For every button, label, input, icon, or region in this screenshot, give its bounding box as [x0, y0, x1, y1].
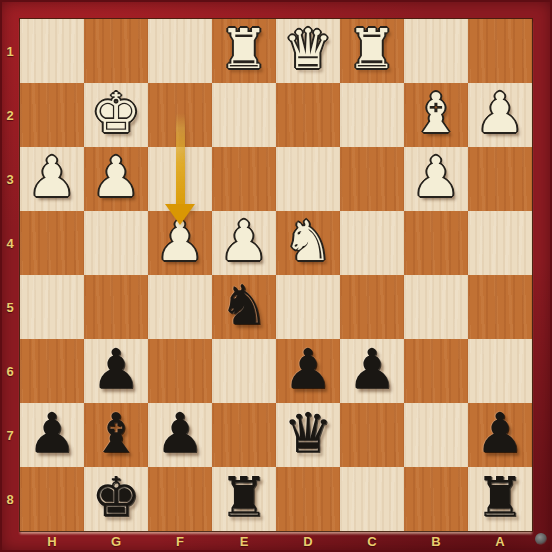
piece-white-pawn-g3[interactable]: ♟	[84, 145, 148, 209]
square-f3[interactable]	[148, 147, 212, 211]
square-e8[interactable]: ♜	[212, 467, 276, 531]
piece-black-rook-e8[interactable]: ♜	[212, 465, 276, 529]
square-d8[interactable]	[276, 467, 340, 531]
file-label-f: F	[148, 531, 212, 552]
rank-label-3: 3	[0, 147, 20, 211]
piece-white-knight-d4[interactable]: ♞	[276, 209, 340, 273]
piece-white-pawn-f4[interactable]: ♟	[148, 209, 212, 273]
square-d6[interactable]: ♟	[276, 339, 340, 403]
piece-black-bishop-g7[interactable]: ♝	[84, 401, 148, 465]
piece-black-pawn-g6[interactable]: ♟	[84, 337, 148, 401]
piece-black-king-g8[interactable]: ♚	[84, 465, 148, 529]
square-f4[interactable]: ♟	[148, 211, 212, 275]
square-g8[interactable]: ♚	[84, 467, 148, 531]
square-d5[interactable]	[276, 275, 340, 339]
square-c2[interactable]	[340, 83, 404, 147]
piece-black-pawn-d6[interactable]: ♟	[276, 337, 340, 401]
rank-label-1: 1	[0, 19, 20, 83]
square-a6[interactable]	[468, 339, 532, 403]
square-b8[interactable]	[404, 467, 468, 531]
square-g3[interactable]: ♟	[84, 147, 148, 211]
square-c8[interactable]	[340, 467, 404, 531]
rank-label-8: 8	[0, 467, 20, 531]
square-h7[interactable]: ♟	[20, 403, 84, 467]
square-d7[interactable]: ♛	[276, 403, 340, 467]
square-e5[interactable]: ♞	[212, 275, 276, 339]
square-e4[interactable]: ♟	[212, 211, 276, 275]
square-e2[interactable]	[212, 83, 276, 147]
file-label-d: D	[276, 531, 340, 552]
square-c6[interactable]: ♟	[340, 339, 404, 403]
square-g1[interactable]	[84, 19, 148, 83]
square-g7[interactable]: ♝	[84, 403, 148, 467]
square-a7[interactable]: ♟	[468, 403, 532, 467]
file-label-h: H	[20, 531, 84, 552]
square-c7[interactable]	[340, 403, 404, 467]
square-h8[interactable]	[20, 467, 84, 531]
square-e7[interactable]	[212, 403, 276, 467]
piece-black-pawn-c6[interactable]: ♟	[340, 337, 404, 401]
square-a8[interactable]: ♜	[468, 467, 532, 531]
square-c5[interactable]	[340, 275, 404, 339]
square-f8[interactable]	[148, 467, 212, 531]
piece-white-pawn-b3[interactable]: ♟	[404, 145, 468, 209]
square-h5[interactable]	[20, 275, 84, 339]
piece-white-pawn-e4[interactable]: ♟	[212, 209, 276, 273]
piece-white-rook-c1[interactable]: ♜	[340, 17, 404, 81]
rank-label-7: 7	[0, 403, 20, 467]
piece-white-bishop-b2[interactable]: ♝	[404, 81, 468, 145]
piece-white-pawn-a2[interactable]: ♟	[468, 81, 532, 145]
square-f5[interactable]	[148, 275, 212, 339]
square-e6[interactable]	[212, 339, 276, 403]
square-h6[interactable]	[20, 339, 84, 403]
square-a5[interactable]	[468, 275, 532, 339]
square-e3[interactable]	[212, 147, 276, 211]
square-a3[interactable]	[468, 147, 532, 211]
square-e1[interactable]: ♜	[212, 19, 276, 83]
square-b7[interactable]	[404, 403, 468, 467]
rank-label-2: 2	[0, 83, 20, 147]
file-label-a: A	[468, 531, 532, 552]
file-label-b: B	[404, 531, 468, 552]
square-h3[interactable]: ♟	[20, 147, 84, 211]
file-label-e: E	[212, 531, 276, 552]
square-h4[interactable]	[20, 211, 84, 275]
square-b1[interactable]	[404, 19, 468, 83]
piece-white-king-g2[interactable]: ♚	[84, 81, 148, 145]
piece-black-rook-a8[interactable]: ♜	[468, 465, 532, 529]
piece-white-rook-e1[interactable]: ♜	[212, 17, 276, 81]
piece-black-queen-d7[interactable]: ♛	[276, 401, 340, 465]
piece-black-pawn-h7[interactable]: ♟	[20, 401, 84, 465]
piece-white-pawn-h3[interactable]: ♟	[20, 145, 84, 209]
square-f6[interactable]	[148, 339, 212, 403]
file-label-c: C	[340, 531, 404, 552]
corner-dot	[535, 533, 547, 545]
square-d4[interactable]: ♞	[276, 211, 340, 275]
square-a2[interactable]: ♟	[468, 83, 532, 147]
square-g2[interactable]: ♚	[84, 83, 148, 147]
rank-label-6: 6	[0, 339, 20, 403]
piece-black-pawn-a7[interactable]: ♟	[468, 401, 532, 465]
square-a1[interactable]	[468, 19, 532, 83]
square-c4[interactable]	[340, 211, 404, 275]
square-g6[interactable]: ♟	[84, 339, 148, 403]
square-b6[interactable]	[404, 339, 468, 403]
square-f7[interactable]: ♟	[148, 403, 212, 467]
piece-black-knight-e5[interactable]: ♞	[212, 273, 276, 337]
rank-label-5: 5	[0, 275, 20, 339]
square-c3[interactable]	[340, 147, 404, 211]
rank-label-4: 4	[0, 211, 20, 275]
chess-board: ♜♛♜♚♝♟♟♟♟♟♟♞♞♟♟♟♟♝♟♛♟♚♜♜	[20, 19, 532, 531]
square-b3[interactable]: ♟	[404, 147, 468, 211]
square-a4[interactable]	[468, 211, 532, 275]
square-h1[interactable]	[20, 19, 84, 83]
square-b2[interactable]: ♝	[404, 83, 468, 147]
square-c1[interactable]: ♜	[340, 19, 404, 83]
square-d1[interactable]: ♛	[276, 19, 340, 83]
square-f2[interactable]	[148, 83, 212, 147]
square-g5[interactable]	[84, 275, 148, 339]
file-label-g: G	[84, 531, 148, 552]
square-d2[interactable]	[276, 83, 340, 147]
square-f1[interactable]	[148, 19, 212, 83]
piece-black-pawn-f7[interactable]: ♟	[148, 401, 212, 465]
square-h2[interactable]	[20, 83, 84, 147]
square-b4[interactable]	[404, 211, 468, 275]
square-b5[interactable]	[404, 275, 468, 339]
square-d3[interactable]	[276, 147, 340, 211]
piece-white-queen-d1[interactable]: ♛	[276, 17, 340, 81]
square-g4[interactable]	[84, 211, 148, 275]
chess-board-widget: ♜♛♜♚♝♟♟♟♟♟♟♞♞♟♟♟♟♝♟♛♟♚♜♜ 12345678 HGFEDC…	[0, 0, 552, 552]
